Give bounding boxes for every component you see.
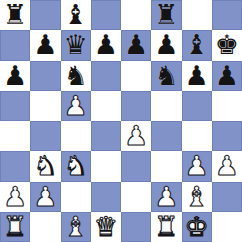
- square-h2[interactable]: [212, 182, 242, 212]
- square-e2[interactable]: [121, 182, 151, 212]
- square-f2[interactable]: ♟: [151, 182, 181, 212]
- white-pawn-icon: ♟: [33, 182, 57, 212]
- black-queen-icon: ♛: [64, 30, 88, 60]
- square-c1[interactable]: ♝: [61, 212, 91, 242]
- square-h5[interactable]: [212, 91, 242, 121]
- square-a2[interactable]: ♟: [0, 182, 30, 212]
- square-d8[interactable]: [91, 0, 121, 30]
- black-pawn-icon: ♟: [215, 61, 239, 91]
- black-pawn-icon: ♟: [33, 30, 57, 60]
- square-c7[interactable]: ♛: [61, 30, 91, 60]
- square-h3[interactable]: ♟: [212, 151, 242, 181]
- black-pawn-icon: ♟: [124, 30, 148, 60]
- square-a8[interactable]: ♜: [0, 0, 30, 30]
- black-pawn-icon: ♟: [94, 30, 118, 60]
- square-d4[interactable]: [91, 121, 121, 151]
- square-f6[interactable]: ♞: [151, 61, 181, 91]
- square-a5[interactable]: [0, 91, 30, 121]
- square-f5[interactable]: [151, 91, 181, 121]
- square-c6[interactable]: ♞: [61, 61, 91, 91]
- square-h7[interactable]: ♚: [212, 30, 242, 60]
- square-g8[interactable]: [182, 0, 212, 30]
- square-b5[interactable]: [30, 91, 60, 121]
- white-queen-icon: ♛: [94, 212, 118, 242]
- white-bishop-icon: ♝: [64, 212, 88, 242]
- square-b4[interactable]: [30, 121, 60, 151]
- square-f1[interactable]: ♜: [151, 212, 181, 242]
- black-king-icon: ♚: [215, 30, 239, 60]
- square-a7[interactable]: [0, 30, 30, 60]
- square-d3[interactable]: [91, 151, 121, 181]
- square-h8[interactable]: [212, 0, 242, 30]
- white-rook-icon: ♜: [3, 212, 27, 242]
- square-d5[interactable]: [91, 91, 121, 121]
- white-knight-icon: ♞: [64, 151, 88, 181]
- square-g2[interactable]: ♝: [182, 182, 212, 212]
- square-d2[interactable]: [91, 182, 121, 212]
- black-pawn-icon: ♟: [185, 61, 209, 91]
- square-e3[interactable]: [121, 151, 151, 181]
- square-b6[interactable]: [30, 61, 60, 91]
- square-g4[interactable]: [182, 121, 212, 151]
- white-knight-icon: ♞: [33, 151, 57, 181]
- square-e6[interactable]: [121, 61, 151, 91]
- square-b8[interactable]: [30, 0, 60, 30]
- square-b2[interactable]: ♟: [30, 182, 60, 212]
- square-e1[interactable]: [121, 212, 151, 242]
- square-e4[interactable]: ♟: [121, 121, 151, 151]
- square-g6[interactable]: ♟: [182, 61, 212, 91]
- white-pawn-icon: ♟: [154, 182, 178, 212]
- white-pawn-icon: ♟: [64, 91, 88, 121]
- white-bishop-icon: ♝: [185, 182, 209, 212]
- black-pawn-icon: ♟: [3, 61, 27, 91]
- square-h6[interactable]: ♟: [212, 61, 242, 91]
- square-a1[interactable]: ♜: [0, 212, 30, 242]
- square-f8[interactable]: ♜: [151, 0, 181, 30]
- chess-board: ♜♝♜♟♛♟♟♟♝♚♟♞♞♟♟♟♟♞♞♟♟♟♟♟♝♜♝♛♜♚: [0, 0, 242, 242]
- white-pawn-icon: ♟: [3, 182, 27, 212]
- square-c2[interactable]: [61, 182, 91, 212]
- square-e7[interactable]: ♟: [121, 30, 151, 60]
- black-bishop-icon: ♝: [185, 30, 209, 60]
- black-pawn-icon: ♟: [154, 30, 178, 60]
- black-rook-icon: ♜: [3, 0, 27, 30]
- square-c5[interactable]: ♟: [61, 91, 91, 121]
- black-bishop-icon: ♝: [64, 0, 88, 30]
- square-h1[interactable]: [212, 212, 242, 242]
- square-d1[interactable]: ♛: [91, 212, 121, 242]
- square-g1[interactable]: ♚: [182, 212, 212, 242]
- square-d7[interactable]: ♟: [91, 30, 121, 60]
- square-c4[interactable]: [61, 121, 91, 151]
- white-king-icon: ♚: [185, 212, 209, 242]
- square-b3[interactable]: ♞: [30, 151, 60, 181]
- square-f3[interactable]: [151, 151, 181, 181]
- black-rook-icon: ♜: [154, 0, 178, 30]
- square-b1[interactable]: [30, 212, 60, 242]
- square-h4[interactable]: [212, 121, 242, 151]
- square-a3[interactable]: [0, 151, 30, 181]
- square-d6[interactable]: [91, 61, 121, 91]
- black-knight-icon: ♞: [154, 61, 178, 91]
- square-a4[interactable]: [0, 121, 30, 151]
- square-g5[interactable]: [182, 91, 212, 121]
- square-g3[interactable]: ♟: [182, 151, 212, 181]
- square-b7[interactable]: ♟: [30, 30, 60, 60]
- square-e5[interactable]: [121, 91, 151, 121]
- white-rook-icon: ♜: [154, 212, 178, 242]
- square-a6[interactable]: ♟: [0, 61, 30, 91]
- square-g7[interactable]: ♝: [182, 30, 212, 60]
- square-f7[interactable]: ♟: [151, 30, 181, 60]
- square-c3[interactable]: ♞: [61, 151, 91, 181]
- square-c8[interactable]: ♝: [61, 0, 91, 30]
- chess-board-container: ♜♝♜♟♛♟♟♟♝♚♟♞♞♟♟♟♟♞♞♟♟♟♟♟♝♜♝♛♜♚: [0, 0, 242, 242]
- white-pawn-icon: ♟: [185, 151, 209, 181]
- square-f4[interactable]: [151, 121, 181, 151]
- white-pawn-icon: ♟: [124, 121, 148, 151]
- black-knight-icon: ♞: [64, 61, 88, 91]
- white-pawn-icon: ♟: [215, 151, 239, 181]
- square-e8[interactable]: [121, 0, 151, 30]
